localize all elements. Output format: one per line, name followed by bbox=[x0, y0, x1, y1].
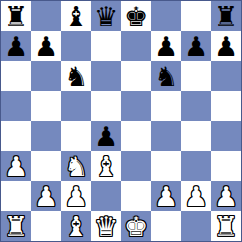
square-e5[interactable] bbox=[121, 91, 151, 121]
square-h7[interactable]: ♟ bbox=[211, 31, 241, 61]
square-d6[interactable] bbox=[91, 61, 121, 91]
black-pawn-d4: ♟ bbox=[94, 123, 118, 150]
square-g7[interactable]: ♟ bbox=[181, 31, 211, 61]
black-pawn-b7: ♟ bbox=[34, 33, 58, 60]
square-b5[interactable] bbox=[31, 91, 61, 121]
white-king-e1: ♚ bbox=[124, 213, 148, 240]
square-g6[interactable] bbox=[181, 61, 211, 91]
square-a4[interactable] bbox=[1, 121, 31, 151]
square-b8[interactable] bbox=[31, 1, 61, 31]
black-pawn-g7: ♟ bbox=[184, 33, 208, 60]
square-a5[interactable] bbox=[1, 91, 31, 121]
square-e7[interactable] bbox=[121, 31, 151, 61]
square-a6[interactable] bbox=[1, 61, 31, 91]
white-pawn-h2: ♟ bbox=[214, 183, 238, 210]
black-rook-h8: ♜ bbox=[214, 3, 238, 30]
square-b2[interactable]: ♟ bbox=[31, 181, 61, 211]
square-h2[interactable]: ♟ bbox=[211, 181, 241, 211]
square-d4[interactable]: ♟ bbox=[91, 121, 121, 151]
square-c8[interactable]: ♝ bbox=[61, 1, 91, 31]
square-e8[interactable]: ♚ bbox=[121, 1, 151, 31]
square-b1[interactable] bbox=[31, 211, 61, 241]
black-rook-a8: ♜ bbox=[4, 3, 28, 30]
square-c5[interactable] bbox=[61, 91, 91, 121]
square-f7[interactable]: ♟ bbox=[151, 31, 181, 61]
square-a8[interactable]: ♜ bbox=[1, 1, 31, 31]
square-f3[interactable] bbox=[151, 151, 181, 181]
white-pawn-c2: ♟ bbox=[64, 183, 88, 210]
square-a3[interactable]: ♟ bbox=[1, 151, 31, 181]
square-g4[interactable] bbox=[181, 121, 211, 151]
black-knight-c6: ♞ bbox=[64, 63, 88, 90]
square-h4[interactable] bbox=[211, 121, 241, 151]
square-c2[interactable]: ♟ bbox=[61, 181, 91, 211]
white-bishop-c1: ♝ bbox=[64, 213, 88, 240]
white-rook-a1: ♜ bbox=[4, 213, 28, 240]
white-pawn-b2: ♟ bbox=[34, 183, 58, 210]
black-queen-d8: ♛ bbox=[94, 3, 118, 30]
square-c4[interactable] bbox=[61, 121, 91, 151]
white-knight-c3: ♞ bbox=[64, 153, 88, 180]
square-g5[interactable] bbox=[181, 91, 211, 121]
square-c1[interactable]: ♝ bbox=[61, 211, 91, 241]
black-bishop-c8: ♝ bbox=[64, 3, 88, 30]
square-d2[interactable] bbox=[91, 181, 121, 211]
white-rook-h1: ♜ bbox=[214, 213, 238, 240]
square-f8[interactable] bbox=[151, 1, 181, 31]
square-b7[interactable]: ♟ bbox=[31, 31, 61, 61]
square-f1[interactable] bbox=[151, 211, 181, 241]
square-d1[interactable]: ♛ bbox=[91, 211, 121, 241]
square-e4[interactable] bbox=[121, 121, 151, 151]
square-c6[interactable]: ♞ bbox=[61, 61, 91, 91]
square-e6[interactable] bbox=[121, 61, 151, 91]
square-f5[interactable] bbox=[151, 91, 181, 121]
square-h5[interactable] bbox=[211, 91, 241, 121]
black-pawn-h7: ♟ bbox=[214, 33, 238, 60]
white-queen-d1: ♛ bbox=[94, 213, 118, 240]
square-d5[interactable] bbox=[91, 91, 121, 121]
square-d3[interactable]: ♝ bbox=[91, 151, 121, 181]
white-bishop-d3: ♝ bbox=[94, 153, 118, 180]
square-d8[interactable]: ♛ bbox=[91, 1, 121, 31]
square-h1[interactable]: ♜ bbox=[211, 211, 241, 241]
white-pawn-g2: ♟ bbox=[184, 183, 208, 210]
square-e2[interactable] bbox=[121, 181, 151, 211]
black-knight-f6: ♞ bbox=[154, 63, 178, 90]
square-f6[interactable]: ♞ bbox=[151, 61, 181, 91]
square-b4[interactable] bbox=[31, 121, 61, 151]
black-pawn-f7: ♟ bbox=[154, 33, 178, 60]
square-d7[interactable] bbox=[91, 31, 121, 61]
square-a7[interactable]: ♟ bbox=[1, 31, 31, 61]
square-b3[interactable] bbox=[31, 151, 61, 181]
square-h3[interactable] bbox=[211, 151, 241, 181]
black-pawn-a7: ♟ bbox=[4, 33, 28, 60]
square-h6[interactable] bbox=[211, 61, 241, 91]
black-king-e8: ♚ bbox=[124, 3, 148, 30]
square-h8[interactable]: ♜ bbox=[211, 1, 241, 31]
square-f2[interactable]: ♟ bbox=[151, 181, 181, 211]
square-e1[interactable]: ♚ bbox=[121, 211, 151, 241]
square-b6[interactable] bbox=[31, 61, 61, 91]
white-pawn-f2: ♟ bbox=[154, 183, 178, 210]
square-f4[interactable] bbox=[151, 121, 181, 151]
square-g8[interactable] bbox=[181, 1, 211, 31]
chess-board: ♜♝♛♚♜♟♟♟♟♟♞♞♟♟♞♝♟♟♟♟♟♜♝♛♚♜ bbox=[0, 0, 242, 242]
square-g2[interactable]: ♟ bbox=[181, 181, 211, 211]
square-a2[interactable] bbox=[1, 181, 31, 211]
square-c7[interactable] bbox=[61, 31, 91, 61]
square-g1[interactable] bbox=[181, 211, 211, 241]
square-c3[interactable]: ♞ bbox=[61, 151, 91, 181]
square-e3[interactable] bbox=[121, 151, 151, 181]
square-g3[interactable] bbox=[181, 151, 211, 181]
white-pawn-a3: ♟ bbox=[4, 153, 28, 180]
square-a1[interactable]: ♜ bbox=[1, 211, 31, 241]
